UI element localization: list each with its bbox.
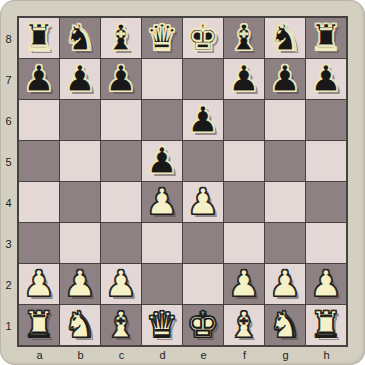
square-d2[interactable]	[142, 264, 182, 304]
piece-black-queen: ♛	[146, 18, 178, 58]
file-label-h: h	[306, 348, 347, 363]
square-g2[interactable]: ♟	[265, 264, 305, 304]
piece-white-pawn: ♟	[228, 264, 260, 304]
square-a2[interactable]: ♟	[19, 264, 59, 304]
square-b4[interactable]	[60, 182, 100, 222]
file-label-b: b	[60, 348, 101, 363]
square-d7[interactable]	[142, 59, 182, 99]
piece-white-king: ♚	[187, 305, 219, 345]
square-h4[interactable]	[306, 182, 346, 222]
square-d5[interactable]: ♟	[142, 141, 182, 181]
rank-label-3: 3	[0, 223, 17, 264]
square-b2[interactable]: ♟	[60, 264, 100, 304]
square-c2[interactable]: ♟	[101, 264, 141, 304]
square-a8[interactable]: ♜	[19, 18, 59, 58]
piece-black-pawn: ♟	[187, 100, 219, 140]
chess-board: ♜♞♝♛♚♝♞♜♟♟♟♟♟♟♟♟♟♟♟♟♟♟♟♟♜♞♝♛♚♝♞♜	[17, 16, 348, 347]
board-frame: 87654321 ♜♞♝♛♚♝♞♜♟♟♟♟♟♟♟♟♟♟♟♟♟♟♟♟♜♞♝♛♚♝♞…	[0, 0, 365, 365]
square-b8[interactable]: ♞	[60, 18, 100, 58]
square-d6[interactable]	[142, 100, 182, 140]
piece-white-pawn: ♟	[105, 264, 137, 304]
square-g7[interactable]: ♟	[265, 59, 305, 99]
square-e1[interactable]: ♚	[183, 305, 223, 345]
file-label-c: c	[101, 348, 142, 363]
square-c3[interactable]	[101, 223, 141, 263]
square-f3[interactable]	[224, 223, 264, 263]
square-f7[interactable]: ♟	[224, 59, 264, 99]
square-f1[interactable]: ♝	[224, 305, 264, 345]
rank-label-1: 1	[0, 305, 17, 346]
file-label-f: f	[224, 348, 265, 363]
square-e2[interactable]	[183, 264, 223, 304]
file-label-e: e	[183, 348, 224, 363]
piece-black-bishop: ♝	[228, 18, 260, 58]
rank-label-7: 7	[0, 59, 17, 100]
file-labels: abcdefgh	[19, 348, 347, 363]
square-e3[interactable]	[183, 223, 223, 263]
square-h8[interactable]: ♜	[306, 18, 346, 58]
piece-black-rook: ♜	[23, 18, 55, 58]
square-b5[interactable]	[60, 141, 100, 181]
square-d4[interactable]: ♟	[142, 182, 182, 222]
piece-black-knight: ♞	[269, 18, 301, 58]
file-label-g: g	[265, 348, 306, 363]
piece-white-bishop: ♝	[105, 305, 137, 345]
piece-black-king: ♚	[187, 18, 219, 58]
square-c4[interactable]	[101, 182, 141, 222]
square-f5[interactable]	[224, 141, 264, 181]
square-b1[interactable]: ♞	[60, 305, 100, 345]
piece-white-pawn: ♟	[310, 264, 342, 304]
square-a1[interactable]: ♜	[19, 305, 59, 345]
square-f6[interactable]	[224, 100, 264, 140]
square-f4[interactable]	[224, 182, 264, 222]
square-c1[interactable]: ♝	[101, 305, 141, 345]
rank-label-8: 8	[0, 18, 17, 59]
piece-black-pawn: ♟	[64, 59, 96, 99]
piece-white-rook: ♜	[23, 305, 55, 345]
square-h3[interactable]	[306, 223, 346, 263]
square-h6[interactable]	[306, 100, 346, 140]
square-b7[interactable]: ♟	[60, 59, 100, 99]
rank-label-2: 2	[0, 264, 17, 305]
square-a3[interactable]	[19, 223, 59, 263]
square-d1[interactable]: ♛	[142, 305, 182, 345]
piece-black-knight: ♞	[64, 18, 96, 58]
square-e7[interactable]	[183, 59, 223, 99]
file-label-a: a	[19, 348, 60, 363]
piece-white-knight: ♞	[269, 305, 301, 345]
piece-black-rook: ♜	[310, 18, 342, 58]
square-c8[interactable]: ♝	[101, 18, 141, 58]
piece-white-pawn: ♟	[146, 182, 178, 222]
rank-label-4: 4	[0, 182, 17, 223]
square-a5[interactable]	[19, 141, 59, 181]
square-h7[interactable]: ♟	[306, 59, 346, 99]
square-d8[interactable]: ♛	[142, 18, 182, 58]
piece-black-pawn: ♟	[105, 59, 137, 99]
piece-white-rook: ♜	[310, 305, 342, 345]
rank-label-6: 6	[0, 100, 17, 141]
square-a4[interactable]	[19, 182, 59, 222]
piece-white-pawn: ♟	[64, 264, 96, 304]
piece-white-pawn: ♟	[23, 264, 55, 304]
square-h5[interactable]	[306, 141, 346, 181]
square-e5[interactable]	[183, 141, 223, 181]
chess-app: 87654321 ♜♞♝♛♚♝♞♜♟♟♟♟♟♟♟♟♟♟♟♟♟♟♟♟♜♞♝♛♚♝♞…	[0, 0, 365, 365]
rank-label-5: 5	[0, 141, 17, 182]
square-g8[interactable]: ♞	[265, 18, 305, 58]
square-c7[interactable]: ♟	[101, 59, 141, 99]
square-g3[interactable]	[265, 223, 305, 263]
square-g6[interactable]	[265, 100, 305, 140]
piece-black-pawn: ♟	[23, 59, 55, 99]
piece-black-pawn: ♟	[310, 59, 342, 99]
square-a6[interactable]	[19, 100, 59, 140]
square-g5[interactable]	[265, 141, 305, 181]
square-d3[interactable]	[142, 223, 182, 263]
square-h2[interactable]: ♟	[306, 264, 346, 304]
piece-white-bishop: ♝	[228, 305, 260, 345]
piece-black-pawn: ♟	[146, 141, 178, 181]
piece-black-pawn: ♟	[269, 59, 301, 99]
square-h1[interactable]: ♜	[306, 305, 346, 345]
square-c6[interactable]	[101, 100, 141, 140]
rank-labels: 87654321	[0, 18, 17, 346]
piece-white-pawn: ♟	[187, 182, 219, 222]
piece-white-knight: ♞	[64, 305, 96, 345]
square-g1[interactable]: ♞	[265, 305, 305, 345]
piece-white-queen: ♛	[146, 305, 178, 345]
square-e8[interactable]: ♚	[183, 18, 223, 58]
square-f8[interactable]: ♝	[224, 18, 264, 58]
square-e4[interactable]: ♟	[183, 182, 223, 222]
piece-black-bishop: ♝	[105, 18, 137, 58]
square-g4[interactable]	[265, 182, 305, 222]
square-b3[interactable]	[60, 223, 100, 263]
piece-white-pawn: ♟	[269, 264, 301, 304]
square-e6[interactable]: ♟	[183, 100, 223, 140]
square-a7[interactable]: ♟	[19, 59, 59, 99]
piece-black-pawn: ♟	[228, 59, 260, 99]
square-c5[interactable]	[101, 141, 141, 181]
square-b6[interactable]	[60, 100, 100, 140]
file-label-d: d	[142, 348, 183, 363]
square-f2[interactable]: ♟	[224, 264, 264, 304]
